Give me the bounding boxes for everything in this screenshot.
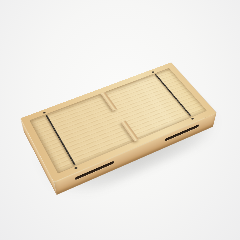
band-anchor-pin: [191, 118, 194, 120]
sling-puck-board: [24, 77, 213, 195]
photo-background: [0, 0, 240, 240]
band-anchor-pin: [74, 167, 78, 170]
